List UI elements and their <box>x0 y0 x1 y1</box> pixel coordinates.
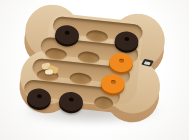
product-photo: ●●●●●● <box>0 0 189 140</box>
track-1: ●● <box>52 16 143 43</box>
slot-1-1: ● <box>51 16 84 50</box>
dark-disc[interactable]: ● <box>25 82 55 109</box>
orange-disc[interactable]: ● <box>98 68 128 95</box>
puzzle-board: ●●●●●● <box>12 1 173 128</box>
treat-kibble[interactable] <box>38 59 66 78</box>
dark-disc[interactable]: ● <box>57 86 87 113</box>
treat-recess <box>93 95 113 111</box>
slot-4-2: ● <box>54 82 89 116</box>
slot-3-3: ● <box>95 65 131 99</box>
treat-piece <box>45 70 53 75</box>
slot-4-1: ● <box>22 79 57 113</box>
dark-disc[interactable]: ● <box>52 19 82 46</box>
